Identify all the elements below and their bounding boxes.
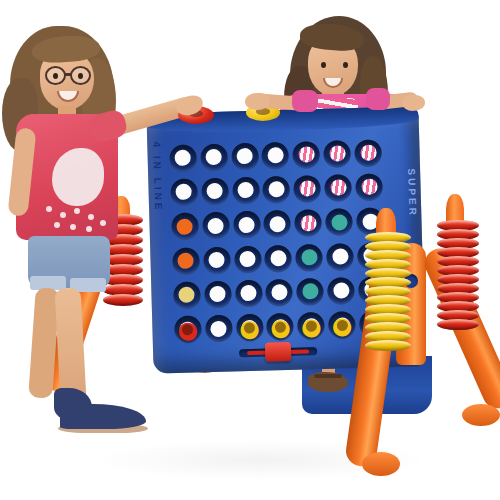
product-photo-scene: 4 IN LINE SUPER ●●●●●● [0, 0, 500, 500]
board-cell-r5c2 [202, 277, 234, 312]
right-yellow-ring-stack [365, 234, 411, 351]
board-hole [293, 141, 321, 169]
board-hole: ● [328, 311, 356, 339]
board-cell-r1c2 [198, 140, 230, 175]
board-cell-r3c3 [231, 207, 263, 242]
board-hole [326, 243, 354, 271]
board-hole [355, 173, 383, 201]
yellow-disc: ● [328, 311, 356, 339]
red-disc: ● [174, 316, 202, 344]
board-hole: ● [236, 314, 264, 342]
hole-see-through [208, 218, 224, 234]
board-hole [202, 212, 230, 240]
board-hole [263, 176, 291, 204]
board-cell-r2c4 [261, 172, 293, 207]
hole-see-through [299, 181, 315, 197]
board-cell-r6c1: ● [172, 312, 204, 347]
board-hole [170, 178, 198, 206]
hole-see-through [238, 182, 254, 198]
board-hole [172, 247, 200, 275]
child-left-eye [53, 73, 58, 79]
board-hole [169, 144, 197, 172]
red-ring [103, 294, 143, 306]
hole-see-through [239, 251, 255, 267]
right-leg-back-foot [462, 404, 500, 426]
board-cell-r2c7 [353, 170, 385, 205]
board-hole [264, 210, 292, 238]
board-hole [233, 211, 261, 239]
board-cell-r2c6 [322, 170, 354, 205]
board-hole [203, 246, 231, 274]
board-cell-r3c2 [200, 208, 232, 243]
board-cell-r2c5 [292, 171, 324, 206]
hole-see-through [360, 145, 376, 161]
right-red-ring-stack [437, 222, 479, 330]
hole-see-through [209, 252, 225, 268]
hole-see-through [179, 287, 195, 303]
hole-see-through [207, 183, 223, 199]
hole-see-through [269, 216, 285, 232]
child-right-hand [402, 95, 425, 111]
hole-see-through [268, 182, 284, 198]
board-right-edge-text: SUPER [406, 168, 418, 218]
board-cell-r1c5 [291, 137, 323, 172]
board-hole: ● [297, 312, 325, 340]
hole-see-through [175, 150, 191, 166]
child-left-eye [78, 73, 83, 79]
board-hole [262, 142, 290, 170]
board-cell-r1c1 [167, 140, 199, 175]
board-cell-r2c2 [199, 174, 231, 209]
board-left-edge-text: 4 IN LINE [151, 141, 164, 212]
board-hole [200, 143, 228, 171]
hole-see-through [333, 283, 349, 299]
release-slider-handle [265, 342, 292, 362]
child-left-sandal [60, 404, 146, 429]
child-left-glasses-bridge [64, 73, 72, 76]
board-cell-r3c5 [292, 206, 324, 241]
board-cell-r2c3 [230, 173, 262, 208]
board-hole [325, 208, 353, 236]
board-cell-r4c2 [201, 243, 233, 278]
yellow-disc: ● [267, 313, 295, 341]
hole-see-through [298, 146, 314, 162]
hole-see-through [332, 248, 348, 264]
board-cell-r4c1 [170, 243, 202, 278]
board-cell-r3c4 [262, 206, 294, 241]
hole-see-through [210, 321, 226, 337]
board-hole [171, 213, 199, 241]
hole-see-through [330, 180, 346, 196]
board-cell-r1c7 [352, 135, 384, 170]
hole-see-through [329, 145, 345, 161]
board-cell-r6c3: ● [234, 310, 266, 345]
yellow-disc: ● [297, 312, 325, 340]
board-hole [204, 281, 232, 309]
board-cell-r4c4 [263, 241, 295, 276]
child-right-eye [321, 62, 326, 68]
board-cell-r3c1 [169, 209, 201, 244]
child-right-sleeve [366, 88, 390, 110]
child-right-sandal-strap [314, 374, 342, 378]
hole-see-through [270, 250, 286, 266]
board-hole: ● [267, 313, 295, 341]
board-hole [324, 174, 352, 202]
board-cell-r6c2 [203, 311, 235, 346]
board-cell-r1c3 [229, 139, 261, 174]
yellow-ring [365, 340, 411, 351]
red-ring [437, 319, 479, 330]
hole-see-through [361, 179, 377, 195]
child-right-sleeve [292, 90, 318, 112]
hole-see-through [271, 284, 287, 300]
board-cell-r3c6 [323, 205, 355, 240]
board-cell-r6c5: ● [295, 309, 327, 344]
yellow-disc: ● [236, 314, 264, 342]
hole-see-through [238, 217, 254, 233]
board-hole: ● [174, 316, 202, 344]
hole-see-through [267, 147, 283, 163]
board-hole [294, 175, 322, 203]
board-hole [231, 142, 259, 170]
board-cell-r2c1 [168, 175, 200, 210]
board-cell-r6c4: ● [265, 309, 297, 344]
hole-see-through [237, 148, 253, 164]
hole-see-through [177, 218, 193, 234]
hole-see-through [331, 214, 347, 230]
board-grid: ●●●●●● [167, 135, 389, 347]
board-hole [205, 315, 233, 343]
board-cell-r4c6 [324, 239, 356, 274]
hole-see-through [178, 253, 194, 269]
child-right-eye [343, 62, 348, 68]
hole-see-through [301, 249, 317, 265]
board-cell-r6c6: ● [326, 308, 358, 343]
board-hole [201, 178, 229, 206]
hole-see-through [302, 284, 318, 300]
child-left-shirt-graphic [52, 148, 104, 206]
hole-see-through [210, 286, 226, 302]
board-hole [295, 244, 323, 272]
board-cell-r4c3 [232, 242, 264, 277]
board-hole [295, 209, 323, 237]
board-hole [265, 245, 293, 273]
right-leg-front-foot [362, 452, 400, 476]
board-cell-r1c4 [260, 138, 292, 173]
board-hole [354, 139, 382, 167]
hole-see-through [240, 285, 256, 301]
board-cell-r4c5 [293, 240, 325, 275]
board-hole [323, 140, 351, 168]
child-left-shirt-dots [46, 206, 52, 212]
hole-see-through [176, 184, 192, 200]
board-hole [234, 245, 262, 273]
board-hole [232, 177, 260, 205]
hole-see-through [300, 215, 316, 231]
board-cell-r1c6 [321, 136, 353, 171]
hole-see-through [206, 149, 222, 165]
